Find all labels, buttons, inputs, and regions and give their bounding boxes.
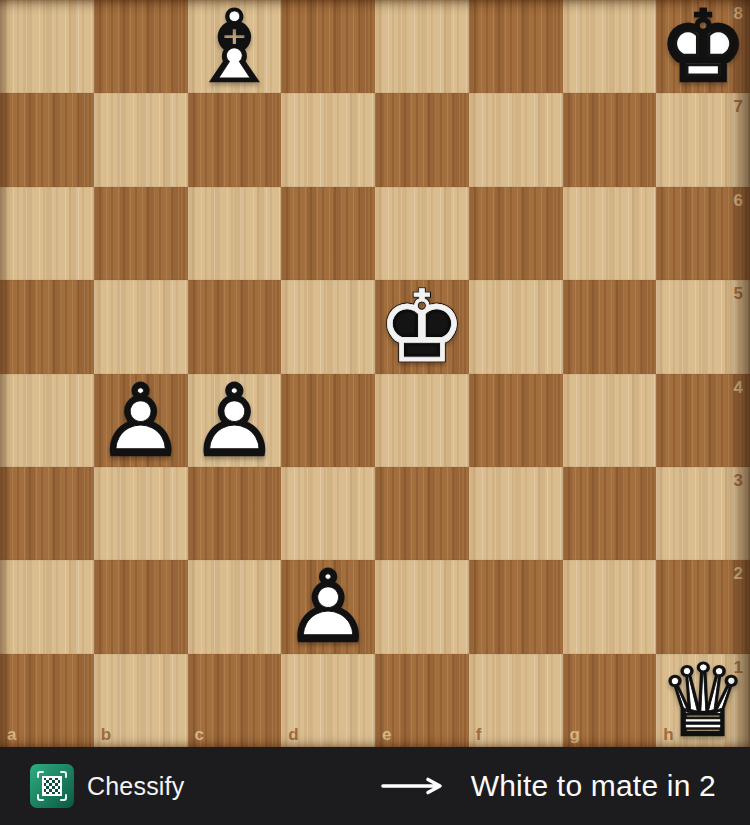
black-king-outline: ♔ (375, 280, 469, 373)
square-h7[interactable]: 7 (656, 93, 750, 186)
file-label-g: g (570, 726, 580, 743)
square-f2[interactable] (469, 560, 563, 653)
square-d4[interactable] (281, 374, 375, 467)
square-e1[interactable]: e (375, 654, 469, 747)
square-e7[interactable] (375, 93, 469, 186)
square-a5[interactable] (0, 280, 94, 373)
square-a1[interactable]: a (0, 654, 94, 747)
square-b4[interactable]: ♟♙ (94, 374, 188, 467)
rank-label-5: 5 (734, 285, 743, 302)
square-g6[interactable] (563, 187, 657, 280)
rank-label-7: 7 (734, 98, 743, 115)
square-f5[interactable] (469, 280, 563, 373)
white-queen-outline: ♕ (656, 654, 750, 747)
square-f3[interactable] (469, 467, 563, 560)
square-d8[interactable] (281, 0, 375, 93)
file-label-f: f (476, 726, 482, 743)
black-king[interactable]: ♚♔ (375, 280, 469, 373)
chessify-brand[interactable]: Chessify (30, 764, 184, 808)
file-label-b: b (101, 726, 111, 743)
square-b7[interactable] (94, 93, 188, 186)
rank-label-6: 6 (734, 192, 743, 209)
white-pawn[interactable]: ♟♙ (188, 374, 282, 467)
square-g4[interactable] (563, 374, 657, 467)
white-bishop[interactable]: ♝♗ (188, 0, 282, 93)
square-h5[interactable]: 5 (656, 280, 750, 373)
square-h4[interactable]: 4 (656, 374, 750, 467)
square-e6[interactable] (375, 187, 469, 280)
square-g7[interactable] (563, 93, 657, 186)
white-bishop-outline: ♗ (188, 0, 282, 93)
long-right-arrow-icon (381, 777, 445, 795)
square-g8[interactable] (563, 0, 657, 93)
square-e4[interactable] (375, 374, 469, 467)
square-c3[interactable] (188, 467, 282, 560)
square-h8[interactable]: 8♚♔ (656, 0, 750, 93)
puzzle-caption: White to mate in 2 (471, 769, 716, 803)
square-e3[interactable] (375, 467, 469, 560)
square-b1[interactable]: b (94, 654, 188, 747)
square-c4[interactable]: ♟♙ (188, 374, 282, 467)
square-b6[interactable] (94, 187, 188, 280)
white-pawn-outline: ♙ (281, 560, 375, 653)
square-d6[interactable] (281, 187, 375, 280)
square-d3[interactable] (281, 467, 375, 560)
square-c8[interactable]: ♝♗ (188, 0, 282, 93)
square-c1[interactable]: c (188, 654, 282, 747)
square-h6[interactable]: 6 (656, 187, 750, 280)
square-g1[interactable]: g (563, 654, 657, 747)
square-h3[interactable]: 3 (656, 467, 750, 560)
square-g5[interactable] (563, 280, 657, 373)
square-c6[interactable] (188, 187, 282, 280)
rank-label-2: 2 (734, 565, 743, 582)
white-king[interactable]: ♚♔ (656, 0, 750, 93)
file-label-d: d (288, 726, 298, 743)
square-f4[interactable] (469, 374, 563, 467)
chess-board: ♝♗8♚♔76♚♔5♟♙♟♙43♟♙2abcdefg1h♛♕ (0, 0, 750, 747)
square-d2[interactable]: ♟♙ (281, 560, 375, 653)
brand-name: Chessify (87, 772, 184, 801)
square-d7[interactable] (281, 93, 375, 186)
square-f8[interactable] (469, 0, 563, 93)
square-a4[interactable] (0, 374, 94, 467)
white-king-outline: ♔ (656, 0, 750, 93)
square-d1[interactable]: d (281, 654, 375, 747)
square-c7[interactable] (188, 93, 282, 186)
chessboard-scan-icon (30, 764, 74, 808)
puzzle-task: White to mate in 2 (381, 769, 716, 803)
square-b8[interactable] (94, 0, 188, 93)
square-b3[interactable] (94, 467, 188, 560)
square-g2[interactable] (563, 560, 657, 653)
rank-label-3: 3 (734, 472, 743, 489)
square-f1[interactable]: f (469, 654, 563, 747)
file-label-a: a (7, 726, 16, 743)
square-b5[interactable] (94, 280, 188, 373)
square-e2[interactable] (375, 560, 469, 653)
white-pawn[interactable]: ♟♙ (281, 560, 375, 653)
square-e8[interactable] (375, 0, 469, 93)
file-label-e: e (382, 726, 391, 743)
square-b2[interactable] (94, 560, 188, 653)
rank-label-4: 4 (734, 379, 743, 396)
square-h2[interactable]: 2 (656, 560, 750, 653)
square-d5[interactable] (281, 280, 375, 373)
square-g3[interactable] (563, 467, 657, 560)
square-e5[interactable]: ♚♔ (375, 280, 469, 373)
file-label-c: c (195, 726, 204, 743)
square-a3[interactable] (0, 467, 94, 560)
white-queen[interactable]: ♛♕ (656, 654, 750, 747)
square-h1[interactable]: 1h♛♕ (656, 654, 750, 747)
footer-bar: Chessify White to mate in 2 (0, 747, 750, 825)
square-a6[interactable] (0, 187, 94, 280)
square-a7[interactable] (0, 93, 94, 186)
square-f6[interactable] (469, 187, 563, 280)
white-pawn[interactable]: ♟♙ (94, 374, 188, 467)
square-a8[interactable] (0, 0, 94, 93)
square-f7[interactable] (469, 93, 563, 186)
square-c2[interactable] (188, 560, 282, 653)
white-pawn-outline: ♙ (94, 374, 188, 467)
square-c5[interactable] (188, 280, 282, 373)
white-pawn-outline: ♙ (188, 374, 282, 467)
square-a2[interactable] (0, 560, 94, 653)
